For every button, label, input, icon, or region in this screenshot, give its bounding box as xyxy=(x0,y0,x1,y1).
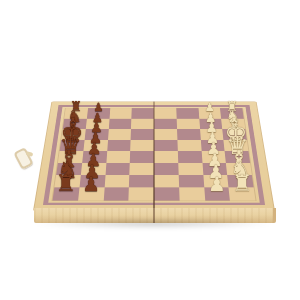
board-square xyxy=(103,188,129,201)
board-square xyxy=(154,188,179,201)
board-square xyxy=(104,175,129,188)
board-square xyxy=(154,151,178,163)
board-square xyxy=(82,151,107,163)
board-square xyxy=(203,175,229,188)
board-square xyxy=(202,163,227,175)
chess-board xyxy=(33,101,275,211)
board-square xyxy=(84,129,108,140)
board-square xyxy=(154,175,179,188)
board-square xyxy=(220,108,244,118)
board-square xyxy=(132,108,154,118)
board-square xyxy=(229,188,256,201)
board-square xyxy=(154,129,177,140)
board-square xyxy=(129,175,154,188)
board-square xyxy=(107,140,131,151)
board-square xyxy=(61,129,85,140)
board-square xyxy=(63,119,87,130)
board-square xyxy=(177,140,201,151)
board-square xyxy=(60,140,85,151)
board-square xyxy=(108,129,132,140)
board-square xyxy=(86,119,110,130)
board-square xyxy=(176,119,199,130)
board-square xyxy=(154,140,178,151)
board-square xyxy=(200,129,224,140)
board-square xyxy=(225,151,250,163)
board-square xyxy=(154,163,178,175)
board-square xyxy=(221,119,245,130)
board-square xyxy=(131,129,154,140)
board-square xyxy=(178,175,203,188)
board-square xyxy=(83,140,107,151)
board-square xyxy=(201,151,226,163)
fold-seam xyxy=(153,101,155,210)
board-square xyxy=(177,129,201,140)
board-square xyxy=(178,151,202,163)
board-square xyxy=(154,108,176,118)
box-clasp-icon xyxy=(13,147,33,170)
board-square xyxy=(131,119,154,130)
board-square xyxy=(198,108,221,118)
board-square xyxy=(222,129,246,140)
board-square xyxy=(106,151,130,163)
board-square xyxy=(56,163,82,175)
board-square xyxy=(52,188,79,201)
board-square xyxy=(109,108,132,118)
board-square xyxy=(81,163,106,175)
board-square xyxy=(54,175,80,188)
board-square xyxy=(178,163,203,175)
board-square xyxy=(227,175,253,188)
board-square xyxy=(176,108,199,118)
chess-set-photo: ♜♟♟♜♞♟♟♞♝♟♟♝♚♟♟♚♛♟♟♛♝♟♟♝♞♟♟♞♜♟♟♜ xyxy=(0,0,300,300)
board-square xyxy=(78,188,104,201)
board-square xyxy=(130,140,154,151)
board-square xyxy=(108,119,131,130)
board-square xyxy=(200,140,224,151)
board-square xyxy=(130,163,154,175)
box-shadow xyxy=(30,220,276,229)
board-square xyxy=(64,108,88,118)
board-square xyxy=(179,188,205,201)
board-square xyxy=(105,163,130,175)
board-square xyxy=(79,175,105,188)
board-square xyxy=(130,151,154,163)
board-square xyxy=(87,108,110,118)
board-square xyxy=(154,119,177,130)
board-square xyxy=(224,140,249,151)
board-square xyxy=(226,163,252,175)
board-square xyxy=(58,151,83,163)
board-square xyxy=(129,188,154,201)
board-square xyxy=(199,119,223,130)
board-square xyxy=(204,188,230,201)
